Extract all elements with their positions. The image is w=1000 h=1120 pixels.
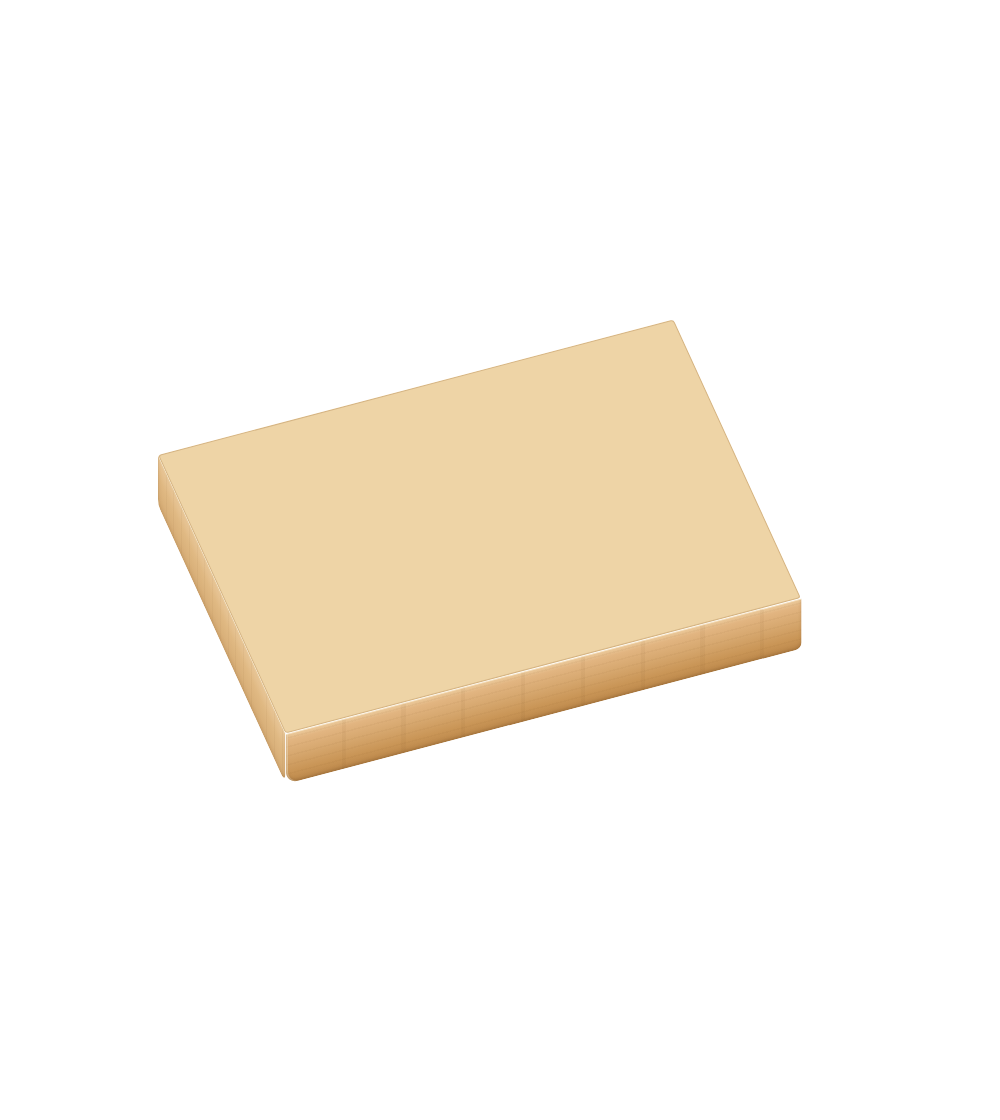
bamboo-cutlery-tray — [0, 0, 1000, 1120]
product-photo — [0, 0, 1000, 1120]
